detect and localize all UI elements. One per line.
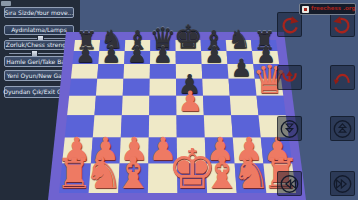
square-c5[interactable] bbox=[123, 79, 150, 96]
rotate-right-button[interactable] bbox=[330, 12, 355, 37]
site-logo-icon bbox=[302, 6, 309, 13]
square-f5[interactable] bbox=[202, 79, 229, 96]
scroll-up-button[interactable] bbox=[330, 116, 355, 141]
piece-black-p-f7[interactable]: ♟ bbox=[205, 43, 225, 65]
tilt-up-icon bbox=[278, 66, 301, 90]
square-b4[interactable] bbox=[94, 96, 122, 116]
double-down-icon bbox=[278, 117, 301, 141]
freechess-site-link[interactable]: freechess .org bbox=[299, 3, 356, 15]
skip-forward-button[interactable] bbox=[330, 171, 355, 196]
piece-black-p-g6[interactable]: ♟ bbox=[231, 56, 253, 80]
tilt-up-button[interactable] bbox=[277, 65, 302, 90]
tilt-down-icon bbox=[331, 66, 354, 90]
tilt-down-button[interactable] bbox=[330, 65, 355, 90]
piece-black-n-g8[interactable]: ♞ bbox=[228, 27, 251, 53]
piece-black-p-a7[interactable]: ♟ bbox=[76, 43, 96, 65]
scroll-down-button[interactable] bbox=[277, 116, 302, 141]
square-d4[interactable] bbox=[149, 96, 176, 116]
square-a5[interactable] bbox=[69, 79, 97, 96]
square-f4[interactable] bbox=[203, 96, 231, 116]
skip-forward-icon bbox=[331, 172, 354, 196]
piece-black-p-d7[interactable]: ♟ bbox=[153, 43, 173, 65]
rotate-right-icon bbox=[331, 13, 354, 37]
double-up-icon bbox=[331, 117, 354, 141]
piece-black-p-b7[interactable]: ♟ bbox=[101, 43, 121, 65]
skip-back-icon bbox=[278, 172, 301, 196]
square-c4[interactable] bbox=[122, 96, 150, 116]
piece-black-p-c7[interactable]: ♟ bbox=[127, 43, 147, 65]
site-label: freechess .org bbox=[311, 6, 355, 12]
rotate-left-icon bbox=[278, 13, 301, 37]
square-a4[interactable] bbox=[67, 96, 96, 116]
square-d5[interactable] bbox=[149, 79, 176, 96]
skip-back-button[interactable] bbox=[277, 171, 302, 196]
chess-app-window: Sıra Sizde/Your move... Aydınlatma/Lamps… bbox=[0, 0, 358, 200]
piece-red-p-e4[interactable]: ♟ bbox=[178, 89, 203, 117]
rotate-left-button[interactable] bbox=[277, 12, 302, 37]
piece-red-b-c1[interactable]: ♝ bbox=[113, 151, 153, 195]
square-b5[interactable] bbox=[96, 79, 124, 96]
piece-black-k-e8[interactable]: ♚ bbox=[174, 21, 203, 53]
